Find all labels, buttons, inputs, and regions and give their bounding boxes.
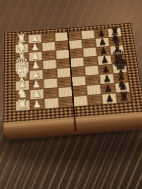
- fold-seam-front: [74, 117, 77, 131]
- piece-black-pawn: ♟: [102, 93, 117, 104]
- piece-white-rook: ♜: [14, 32, 28, 44]
- piece-white-pawn: ♟: [29, 70, 44, 80]
- board-perspective-wrap: ♜♟♟♜♞♟♟♞♝♟♟♝♛♟♟♛♚♟♟♚♝♟♟♝♞♟♟♞♜♟♟♜: [0, 0, 142, 124]
- square: [73, 95, 88, 106]
- square: ♝: [15, 80, 29, 91]
- piece-black-pawn: ♟: [99, 64, 114, 74]
- piece-black-pawn: ♟: [94, 28, 108, 38]
- piece-white-pawn: ♟: [28, 51, 42, 61]
- chess-box: ♜♟♟♜♞♟♟♞♝♟♟♝♛♟♟♛♚♟♟♚♝♟♟♝♞♟♟♞♜♟♟♜: [0, 0, 142, 142]
- square: ♜: [116, 92, 132, 103]
- piece-black-pawn: ♟: [100, 74, 115, 84]
- photo-of-chess-set: ♜♟♟♜♞♟♟♞♝♟♟♝♛♟♟♛♚♟♟♚♝♟♟♝♞♟♟♞♜♟♟♜: [0, 0, 142, 189]
- piece-white-pawn: ♟: [28, 60, 43, 70]
- square: ♜: [16, 100, 31, 111]
- square: ♟: [30, 99, 45, 110]
- piece-black-rook: ♜: [108, 25, 122, 37]
- piece-white-pawn: ♟: [29, 89, 44, 99]
- piece-black-pawn: ♟: [96, 46, 110, 56]
- square: ♟: [102, 93, 118, 104]
- piece-white-pawn: ♟: [28, 34, 42, 44]
- carved-board-frame: ♜♟♟♜♞♟♟♞♝♟♟♝♛♟♟♛♚♟♟♚♝♟♟♝♞♟♟♞♜♟♟♜: [4, 23, 142, 124]
- square: [87, 94, 103, 105]
- piece-black-pawn: ♟: [95, 37, 109, 47]
- square: [44, 98, 59, 109]
- piece-white-pawn: ♟: [29, 79, 44, 89]
- piece-white-pawn: ♟: [28, 42, 42, 52]
- piece-black-pawn: ♟: [101, 83, 116, 93]
- piece-white-pawn: ♟: [29, 99, 44, 110]
- piece-black-pawn: ♟: [98, 55, 113, 65]
